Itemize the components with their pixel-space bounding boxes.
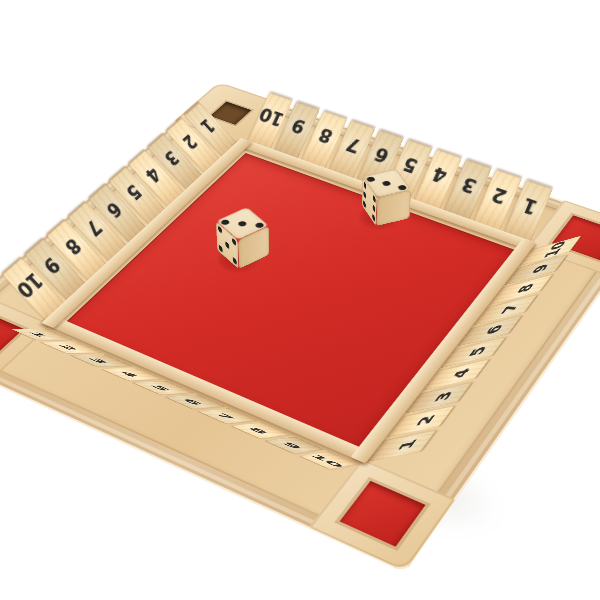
product-photo-stage: 12345678910 12345678910 12345678910 1234…: [0, 0, 600, 600]
die-pip: [225, 240, 229, 249]
tile-number: 9: [39, 253, 65, 279]
tile-number: 8: [61, 234, 87, 260]
tile-number: 7: [343, 134, 364, 158]
die-1[interactable]: [362, 198, 410, 227]
tile-number: 7: [82, 215, 107, 240]
tile-number: 5: [464, 345, 491, 359]
tile-number: 9: [288, 115, 308, 139]
tile-number: 3: [459, 173, 480, 198]
tile-number: 8: [245, 427, 271, 434]
die-2[interactable]: [217, 236, 269, 269]
tile-number: 1: [519, 194, 541, 220]
tile-number: 4: [429, 163, 450, 188]
die-pip: [232, 256, 236, 265]
tile-number: 7: [212, 413, 238, 420]
die-pip: [220, 218, 231, 225]
tile-number: 2: [55, 345, 81, 351]
tile-number: 4: [116, 371, 142, 377]
tile-number: 6: [371, 143, 392, 168]
tile-number: 4: [447, 367, 474, 381]
die-pip: [372, 203, 375, 212]
tile-number: 2: [179, 130, 202, 153]
die-pip: [372, 213, 375, 222]
tile-number: 8: [512, 282, 538, 295]
tile-number: 8: [316, 124, 336, 148]
die-pip: [218, 244, 222, 253]
tile-number: 1: [25, 332, 51, 337]
tile-number: 3: [430, 390, 457, 404]
tile-number: 5: [122, 180, 146, 205]
die-pip: [363, 199, 366, 208]
tile-number: 6: [179, 398, 205, 405]
tile-number: 5: [400, 153, 421, 178]
perspective-scene: 12345678910 12345678910 12345678910 1234…: [0, 0, 600, 600]
die-pip: [382, 180, 392, 186]
tile-number: 2: [411, 414, 439, 428]
shut-the-box-board: 12345678910 12345678910 12345678910 1234…: [0, 83, 600, 572]
tile-number: 6: [481, 323, 507, 337]
tile-number: 10: [307, 453, 347, 467]
tile-number: 4: [142, 163, 166, 187]
die-pip: [397, 184, 407, 190]
tile-number: 9: [279, 442, 305, 450]
tile-number: 3: [161, 147, 184, 171]
die-pip: [237, 220, 248, 227]
die-pip: [366, 176, 376, 182]
tile-number: 2: [489, 183, 511, 209]
die-pip: [363, 190, 366, 199]
tile-number: 7: [497, 302, 523, 316]
corner-tray-felt: [340, 481, 426, 547]
tile-number: 5: [147, 385, 173, 391]
tile-number: 1: [393, 438, 421, 452]
tile-number: 3: [85, 358, 111, 364]
tile-number: 6: [102, 197, 127, 222]
